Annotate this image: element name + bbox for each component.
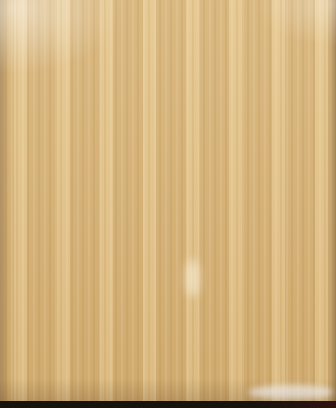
bottom-black-bar: [0, 401, 336, 408]
xiangqi-board-photo: [0, 0, 336, 408]
pieces-grid: [0, 9, 336, 389]
